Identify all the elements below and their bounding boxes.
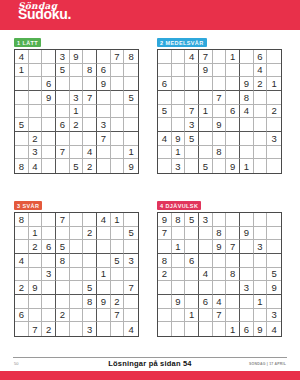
cell-r8c7[interactable]: [97, 146, 111, 160]
cell-r9c2[interactable]: [172, 322, 186, 336]
cell-r1c7[interactable]: [240, 50, 254, 64]
cell-r9c6: 2: [83, 159, 97, 173]
cell-r3c7[interactable]: [97, 240, 111, 254]
cell-r7c3[interactable]: [42, 295, 56, 309]
cell-r9c3: 2: [42, 322, 56, 336]
cell-r4c3[interactable]: [185, 91, 199, 105]
cell-r3c2: 2: [29, 240, 43, 254]
cell-r2c9: 5: [124, 227, 138, 241]
cell-r2c4[interactable]: [199, 227, 213, 241]
badge-label: LÄTT: [22, 40, 38, 46]
cell-r2c3[interactable]: [42, 64, 56, 78]
cell-r6c8[interactable]: [254, 281, 268, 295]
cell-r3c8: 2: [254, 77, 268, 91]
cell-r4c9[interactable]: [267, 254, 281, 268]
cell-r9c5[interactable]: [213, 322, 227, 336]
cell-r1c1[interactable]: [158, 50, 172, 64]
cell-r8c2[interactable]: [172, 309, 186, 323]
cell-r1c2[interactable]: [29, 213, 43, 227]
cell-r6c6: 5: [83, 281, 97, 295]
cell-r8c1: 6: [15, 309, 29, 323]
cell-r5c2[interactable]: [29, 105, 43, 119]
cell-r9c9: 4: [267, 322, 281, 336]
cell-r8c7[interactable]: [240, 146, 254, 160]
cell-r1c7: 4: [97, 213, 111, 227]
cell-r8c7[interactable]: [97, 309, 111, 323]
cell-r1c5[interactable]: [70, 213, 84, 227]
cell-r1c3[interactable]: [42, 50, 56, 64]
cell-r3c8: 3: [254, 240, 268, 254]
cell-r3c2[interactable]: [172, 77, 186, 91]
cell-r4c1[interactable]: [15, 91, 29, 105]
cell-r6c7: 3: [97, 118, 111, 132]
cell-r2c6[interactable]: [226, 227, 240, 241]
cell-r7c8: 2: [111, 295, 125, 309]
cell-r8c4[interactable]: [199, 146, 213, 160]
cell-r7c5[interactable]: [70, 295, 84, 309]
cell-r7c9[interactable]: [267, 295, 281, 309]
cell-r3c7: 9: [97, 77, 111, 91]
cell-r4c6[interactable]: [83, 254, 97, 268]
sudoku-logo: Söndag Sudoku.: [18, 2, 71, 21]
cell-r7c3[interactable]: [42, 132, 56, 146]
cell-r2c8[interactable]: [254, 227, 268, 241]
cell-r3c5[interactable]: [213, 77, 227, 91]
cell-r5c4: 1: [199, 105, 213, 119]
cell-r7c7[interactable]: [240, 132, 254, 146]
cell-r2c3[interactable]: [185, 64, 199, 78]
cell-r9c2: 7: [29, 322, 43, 336]
cell-r1c7[interactable]: [97, 50, 111, 64]
cell-r2c1[interactable]: [15, 227, 29, 241]
cell-r8c4: 7: [56, 146, 70, 160]
cell-r8c2[interactable]: [29, 309, 43, 323]
cell-r2c8[interactable]: [111, 227, 125, 241]
edition-text: SÖNDAG | 17 APRIL: [249, 362, 286, 366]
cell-r7c7: 9: [97, 295, 111, 309]
cell-r5c4[interactable]: [56, 268, 70, 282]
cell-r3c9[interactable]: [124, 240, 138, 254]
cell-r4c7: 8: [240, 91, 254, 105]
cell-r7c8[interactable]: [111, 132, 125, 146]
cell-r2c6[interactable]: [226, 64, 240, 78]
cell-r9c1[interactable]: [158, 322, 172, 336]
cell-r2c2[interactable]: [172, 64, 186, 78]
cell-r1c7[interactable]: [240, 213, 254, 227]
cell-r1c8: 1: [111, 213, 125, 227]
cell-r7c4[interactable]: [56, 295, 70, 309]
bottom-bar: [0, 371, 300, 380]
badge-label: MEDELSVÅR: [165, 40, 203, 46]
cell-r6c1[interactable]: [158, 281, 172, 295]
cell-r4c4[interactable]: [199, 254, 213, 268]
cell-r9c9[interactable]: [267, 159, 281, 173]
cell-r4c7[interactable]: [97, 254, 111, 268]
cell-r4c1: 8: [158, 254, 172, 268]
cell-r8c3[interactable]: [42, 309, 56, 323]
cell-r7c1[interactable]: [158, 295, 172, 309]
cell-r5c6: 6: [226, 105, 240, 119]
cell-r3c5[interactable]: [70, 240, 84, 254]
cell-r6c5[interactable]: [213, 281, 227, 295]
cell-r3c4: 5: [56, 240, 70, 254]
cell-r1c1: 4: [15, 50, 29, 64]
cell-r8c6[interactable]: [226, 146, 240, 160]
cell-r7c4[interactable]: [199, 132, 213, 146]
cell-r8c4[interactable]: [199, 309, 213, 323]
cell-r1c8: 6: [254, 50, 268, 64]
cell-r6c8[interactable]: [111, 118, 125, 132]
cell-r5c3[interactable]: [185, 268, 199, 282]
cell-r6c2[interactable]: [172, 118, 186, 132]
cell-r9c3[interactable]: [185, 322, 199, 336]
cell-r2c9[interactable]: [124, 64, 138, 78]
cell-r2c7: 6: [97, 64, 111, 78]
cell-r2c8: 4: [254, 64, 268, 78]
cell-r4c5: 7: [213, 91, 227, 105]
cell-r5c7[interactable]: [97, 105, 111, 119]
cell-r9c4[interactable]: [56, 322, 70, 336]
cell-r5c5[interactable]: [70, 268, 84, 282]
cell-r5c3: 7: [185, 105, 199, 119]
cell-r6c2: 9: [29, 281, 43, 295]
cell-r5c5[interactable]: [213, 105, 227, 119]
cell-r5c9[interactable]: [124, 268, 138, 282]
cell-r1c2: 8: [172, 213, 186, 227]
cell-r8c9: 1: [124, 146, 138, 160]
cell-r4c9: 3: [124, 254, 138, 268]
cell-r1c8: 7: [111, 50, 125, 64]
cell-r7c6[interactable]: [226, 132, 240, 146]
cell-r3c6[interactable]: [226, 77, 240, 91]
cell-r4c6: 7: [83, 91, 97, 105]
cell-r4c6[interactable]: [226, 91, 240, 105]
cell-r1c8[interactable]: [254, 213, 268, 227]
cell-r5c6[interactable]: [83, 268, 97, 282]
cell-r9c7: 1: [240, 159, 254, 173]
cell-r1c2[interactable]: [29, 50, 43, 64]
cell-r8c2: 1: [172, 146, 186, 160]
cell-r4c4: 8: [56, 254, 70, 268]
cell-r8c4: 2: [56, 309, 70, 323]
cell-r3c3[interactable]: [185, 77, 199, 91]
cell-r9c5: 5: [70, 159, 84, 173]
cell-r7c4: 6: [199, 295, 213, 309]
cell-r1c9[interactable]: [124, 213, 138, 227]
cell-r4c1[interactable]: [158, 91, 172, 105]
cell-r3c5: 9: [213, 240, 227, 254]
cell-r7c5[interactable]: [213, 132, 227, 146]
cell-r5c2[interactable]: [29, 268, 43, 282]
cell-r8c5[interactable]: [70, 146, 84, 160]
cell-r4c4[interactable]: [199, 91, 213, 105]
cell-r8c8[interactable]: [254, 146, 268, 160]
cell-r4c2[interactable]: [29, 254, 43, 268]
cell-r4c5[interactable]: [70, 254, 84, 268]
cell-r8c6[interactable]: [83, 309, 97, 323]
cell-r6c3[interactable]: [185, 281, 199, 295]
cell-r9c4[interactable]: [56, 159, 70, 173]
cell-r3c1[interactable]: [158, 240, 172, 254]
cell-r6c9: 7: [124, 281, 138, 295]
cell-r5c6: 8: [226, 268, 240, 282]
cell-r3c7: 9: [240, 77, 254, 91]
cell-r7c6[interactable]: [83, 132, 97, 146]
cell-r5c4[interactable]: [56, 105, 70, 119]
cell-r2c4: 5: [56, 64, 70, 78]
cell-r5c8[interactable]: [111, 268, 125, 282]
cell-r3c7[interactable]: [240, 240, 254, 254]
cell-r9c3[interactable]: [42, 159, 56, 173]
cell-r8c3[interactable]: [42, 146, 56, 160]
cell-r8c1[interactable]: [15, 146, 29, 160]
cell-r4c8[interactable]: [111, 91, 125, 105]
cell-r4c3: 9: [42, 91, 56, 105]
cell-r7c2: 2: [29, 132, 43, 146]
cell-r5c8[interactable]: [254, 268, 268, 282]
cell-r4c7[interactable]: [97, 91, 111, 105]
cell-r4c8: 5: [111, 254, 125, 268]
cell-r6c3: 3: [185, 118, 199, 132]
cell-r3c1[interactable]: [15, 240, 29, 254]
cell-r3c4[interactable]: [199, 240, 213, 254]
cell-r6c2[interactable]: [172, 281, 186, 295]
cell-r5c6[interactable]: [83, 105, 97, 119]
cell-r9c3[interactable]: [185, 159, 199, 173]
cell-r5c9: 5: [267, 268, 281, 282]
cell-r3c9: 1: [267, 77, 281, 91]
cell-r8c9: 3: [267, 309, 281, 323]
cell-r1c5[interactable]: [213, 213, 227, 227]
cell-r1c4: 7: [56, 213, 70, 227]
cell-r9c1[interactable]: [158, 159, 172, 173]
cell-r9c5[interactable]: [213, 159, 227, 173]
cell-r9c6: 1: [226, 322, 240, 336]
cell-r1c3[interactable]: [42, 213, 56, 227]
cell-r6c4[interactable]: [199, 118, 213, 132]
cell-r3c1[interactable]: [15, 77, 29, 91]
cell-r9c8[interactable]: [111, 322, 125, 336]
cell-r3c3[interactable]: [185, 240, 199, 254]
cell-r2c2: 1: [29, 227, 43, 241]
cell-r1c6[interactable]: [226, 213, 240, 227]
cell-r6c6[interactable]: [83, 118, 97, 132]
cell-r7c3: 5: [185, 132, 199, 146]
cell-r4c7[interactable]: [240, 254, 254, 268]
cell-r1c3: 5: [185, 213, 199, 227]
cell-r9c6: 9: [226, 159, 240, 173]
cell-r2c1[interactable]: [158, 64, 172, 78]
cell-r7c9[interactable]: [124, 295, 138, 309]
cell-r2c5[interactable]: [213, 64, 227, 78]
cell-r3c2: 1: [172, 240, 186, 254]
cell-r6c7[interactable]: [97, 281, 111, 295]
cell-r9c1[interactable]: [15, 322, 29, 336]
cell-r8c6[interactable]: [226, 309, 240, 323]
cell-r5c2[interactable]: [172, 268, 186, 282]
cell-r4c8[interactable]: [254, 254, 268, 268]
cell-r3c8[interactable]: [111, 240, 125, 254]
cell-r3c9[interactable]: [124, 77, 138, 91]
cell-r7c7[interactable]: [240, 295, 254, 309]
cell-r1c2[interactable]: [172, 50, 186, 64]
cell-r6c8[interactable]: [254, 118, 268, 132]
cell-r8c9[interactable]: [124, 309, 138, 323]
cell-r5c7: 4: [240, 105, 254, 119]
cell-r1c6[interactable]: [83, 213, 97, 227]
cell-r7c4[interactable]: [56, 132, 70, 146]
cell-r5c8[interactable]: [254, 105, 268, 119]
cell-r2c3[interactable]: [185, 227, 199, 241]
cell-r5c9[interactable]: [124, 105, 138, 119]
cell-r3c2[interactable]: [29, 77, 43, 91]
cell-r3c6[interactable]: [83, 240, 97, 254]
cell-r6c3[interactable]: [42, 281, 56, 295]
cell-r7c8[interactable]: [254, 132, 268, 146]
cell-r5c7: 1: [97, 268, 111, 282]
cell-r5c8[interactable]: [111, 105, 125, 119]
cell-r3c8[interactable]: [111, 77, 125, 91]
cell-r1c5[interactable]: [213, 50, 227, 64]
cell-r1c9[interactable]: [267, 213, 281, 227]
cell-r2c3[interactable]: [42, 227, 56, 241]
cell-r4c3[interactable]: [42, 254, 56, 268]
cell-r3c4[interactable]: [56, 77, 70, 91]
cell-r1c1: 9: [158, 213, 172, 227]
cell-r9c8[interactable]: [254, 159, 268, 173]
cell-r4c2[interactable]: [172, 91, 186, 105]
cell-r5c3[interactable]: [42, 105, 56, 119]
cell-r6c1[interactable]: [158, 118, 172, 132]
cell-r2c7: 9: [240, 227, 254, 241]
cell-r6c1: 5: [15, 118, 29, 132]
cell-r3c5[interactable]: [70, 77, 84, 91]
cell-r7c6[interactable]: [226, 295, 240, 309]
cell-r6c7[interactable]: [240, 118, 254, 132]
sudoku-grid-3-svar: 874112526548533129578926277234: [14, 212, 139, 337]
cell-r8c1[interactable]: [158, 309, 172, 323]
cell-r4c6[interactable]: [226, 254, 240, 268]
cell-r1c9: 8: [124, 50, 138, 64]
cell-r9c2: 3: [172, 159, 186, 173]
cell-r6c9[interactable]: [267, 118, 281, 132]
cell-r8c5[interactable]: [70, 309, 84, 323]
cell-r5c2[interactable]: [172, 105, 186, 119]
cell-r3c9[interactable]: [267, 240, 281, 254]
cell-r9c8[interactable]: [111, 159, 125, 173]
cell-r7c3[interactable]: [185, 295, 199, 309]
cell-r2c8[interactable]: [111, 64, 125, 78]
cell-r6c5: 2: [70, 118, 84, 132]
cell-r3c6: 7: [226, 240, 240, 254]
cell-r5c5: 1: [70, 105, 84, 119]
cell-r2c4[interactable]: [56, 227, 70, 241]
cell-r5c3: 3: [42, 268, 56, 282]
cell-r2c2[interactable]: [29, 64, 43, 78]
cell-r8c1[interactable]: [158, 146, 172, 160]
cell-r4c2[interactable]: [172, 254, 186, 268]
cell-r6c5[interactable]: [70, 281, 84, 295]
cell-r5c5[interactable]: [213, 268, 227, 282]
cell-r7c1[interactable]: [15, 132, 29, 146]
cell-r2c2[interactable]: [172, 227, 186, 241]
cell-r2c7[interactable]: [240, 64, 254, 78]
cell-r3c3: 6: [42, 77, 56, 91]
cell-r9c4[interactable]: [199, 322, 213, 336]
cell-r6c8[interactable]: [111, 281, 125, 295]
cell-r6c4[interactable]: [56, 281, 70, 295]
cell-r3c4[interactable]: [199, 77, 213, 91]
cell-r6c9: 9: [267, 281, 281, 295]
cell-r9c7[interactable]: [97, 159, 111, 173]
cell-r5c1[interactable]: [15, 105, 29, 119]
cell-r6c7: 3: [240, 281, 254, 295]
cell-r8c6: 4: [83, 146, 97, 160]
cell-r9c5[interactable]: [70, 322, 84, 336]
badge-label: DJÄVULSK: [165, 203, 198, 209]
cell-r7c2: 9: [172, 295, 186, 309]
cell-r9c2: 4: [29, 159, 43, 173]
cell-r2c5[interactable]: [70, 64, 84, 78]
sudoku-grid-1-latt: 4397815866993751562327374184529: [14, 49, 139, 174]
badge-number: 3: [17, 203, 20, 209]
cell-r5c7[interactable]: [240, 268, 254, 282]
cell-r2c9[interactable]: [267, 227, 281, 241]
cell-r8c8[interactable]: [254, 309, 268, 323]
cell-r2c7[interactable]: [97, 227, 111, 241]
badge-svar: 3 SVÅR: [14, 201, 42, 210]
cell-r4c9[interactable]: [267, 91, 281, 105]
cell-r6c4[interactable]: [199, 281, 213, 295]
cell-r4c5[interactable]: [213, 254, 227, 268]
cell-r4c8[interactable]: [254, 91, 268, 105]
cell-r7c9[interactable]: [124, 132, 138, 146]
cell-r6c1: 2: [15, 281, 29, 295]
cell-r1c4: 3: [56, 50, 70, 64]
cell-r9c7[interactable]: [97, 322, 111, 336]
cell-r3c6[interactable]: [83, 77, 97, 91]
cell-r6c6[interactable]: [226, 118, 240, 132]
cell-r4c3: 6: [185, 254, 199, 268]
footer-divider: [13, 357, 287, 358]
cell-r7c1[interactable]: [15, 295, 29, 309]
cell-r5c1[interactable]: [15, 268, 29, 282]
cell-r6c3[interactable]: [42, 118, 56, 132]
cell-r8c8[interactable]: [111, 146, 125, 160]
badge-label: SVÅR: [22, 203, 39, 209]
cell-r7c7: 7: [97, 132, 111, 146]
cell-r8c9[interactable]: [267, 146, 281, 160]
cell-r4c4[interactable]: [56, 91, 70, 105]
cell-r6c4: 6: [56, 118, 70, 132]
cell-r9c4: 5: [199, 159, 213, 173]
cell-r7c2[interactable]: [29, 295, 43, 309]
cell-r4c2[interactable]: [29, 91, 43, 105]
cell-r2c5: 8: [213, 227, 227, 241]
cell-r6c6[interactable]: [226, 281, 240, 295]
badge-latt: 1 LÄTT: [14, 38, 41, 47]
cell-r1c9[interactable]: [267, 50, 281, 64]
cell-r6c2[interactable]: [29, 118, 43, 132]
cell-r8c7[interactable]: [240, 309, 254, 323]
cell-r1c6[interactable]: [83, 50, 97, 64]
cell-r2c9[interactable]: [267, 64, 281, 78]
cell-r6c9[interactable]: [124, 118, 138, 132]
badge-number: 2: [160, 40, 163, 46]
cell-r8c3[interactable]: [185, 146, 199, 160]
cell-r7c5[interactable]: [70, 132, 84, 146]
cell-r2c5[interactable]: [70, 227, 84, 241]
